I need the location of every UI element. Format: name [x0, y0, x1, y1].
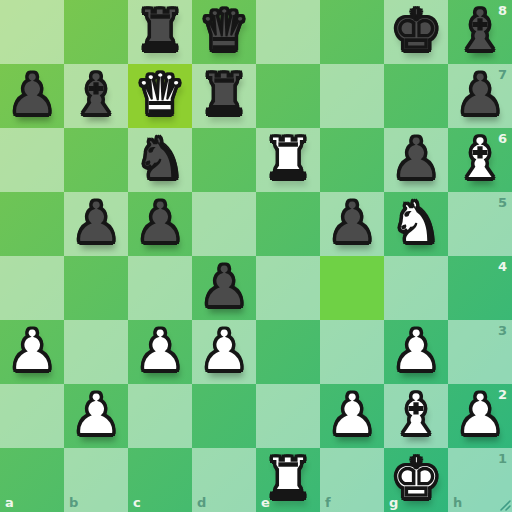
piece-black-rook[interactable]: ♜: [134, 0, 185, 62]
square-f2[interactable]: ♟: [320, 384, 384, 448]
chess-board: ♜♛♚♝8♟♝♛♜♟7♞♜♟♝6♟♟♟♞5♟4♟♟♟♟3♟♟♝♟2abcd♜ef…: [0, 0, 512, 512]
square-h2[interactable]: ♟2: [448, 384, 512, 448]
square-a5[interactable]: [0, 192, 64, 256]
coord-rank-3: 3: [498, 324, 507, 337]
square-g3[interactable]: ♟: [384, 320, 448, 384]
piece-white-rook[interactable]: ♜: [262, 446, 313, 510]
piece-white-knight[interactable]: ♞: [390, 190, 441, 254]
coord-file-e: e: [261, 496, 270, 509]
square-h7[interactable]: ♟7: [448, 64, 512, 128]
square-g6[interactable]: ♟: [384, 128, 448, 192]
square-h6[interactable]: ♝6: [448, 128, 512, 192]
piece-black-pawn[interactable]: ♟: [134, 190, 185, 254]
coord-rank-7: 7: [498, 68, 507, 81]
coord-file-g: g: [389, 496, 398, 509]
square-b5[interactable]: ♟: [64, 192, 128, 256]
square-c4[interactable]: [128, 256, 192, 320]
square-h8[interactable]: ♝8: [448, 0, 512, 64]
coord-file-h: h: [453, 496, 462, 509]
square-e5[interactable]: [256, 192, 320, 256]
square-c2[interactable]: [128, 384, 192, 448]
piece-white-pawn[interactable]: ♟: [70, 382, 121, 446]
coord-rank-8: 8: [498, 4, 507, 17]
piece-white-pawn[interactable]: ♟: [390, 318, 441, 382]
coord-file-a: a: [5, 496, 14, 509]
square-f7[interactable]: [320, 64, 384, 128]
square-c5[interactable]: ♟: [128, 192, 192, 256]
square-e3[interactable]: [256, 320, 320, 384]
square-d2[interactable]: [192, 384, 256, 448]
square-e7[interactable]: [256, 64, 320, 128]
square-b6[interactable]: [64, 128, 128, 192]
piece-black-pawn[interactable]: ♟: [6, 62, 57, 126]
coord-rank-5: 5: [498, 196, 507, 209]
square-f3[interactable]: [320, 320, 384, 384]
square-a7[interactable]: ♟: [0, 64, 64, 128]
square-b7[interactable]: ♝: [64, 64, 128, 128]
square-h3[interactable]: 3: [448, 320, 512, 384]
square-d4[interactable]: ♟: [192, 256, 256, 320]
square-c7[interactable]: ♛: [128, 64, 192, 128]
square-h4[interactable]: 4: [448, 256, 512, 320]
square-d7[interactable]: ♜: [192, 64, 256, 128]
piece-white-rook[interactable]: ♜: [262, 126, 313, 190]
square-e6[interactable]: ♜: [256, 128, 320, 192]
piece-white-pawn[interactable]: ♟: [134, 318, 185, 382]
square-b1[interactable]: b: [64, 448, 128, 512]
piece-white-pawn[interactable]: ♟: [198, 318, 249, 382]
square-c1[interactable]: c: [128, 448, 192, 512]
piece-white-pawn[interactable]: ♟: [326, 382, 377, 446]
coord-rank-6: 6: [498, 132, 507, 145]
square-c6[interactable]: ♞: [128, 128, 192, 192]
resize-handle-icon[interactable]: [496, 496, 511, 511]
piece-black-pawn[interactable]: ♟: [198, 254, 249, 318]
square-f1[interactable]: f: [320, 448, 384, 512]
coord-rank-1: 1: [498, 452, 507, 465]
square-d3[interactable]: ♟: [192, 320, 256, 384]
square-f5[interactable]: ♟: [320, 192, 384, 256]
square-e4[interactable]: [256, 256, 320, 320]
square-g7[interactable]: [384, 64, 448, 128]
coord-file-b: b: [69, 496, 78, 509]
square-b8[interactable]: [64, 0, 128, 64]
square-f8[interactable]: [320, 0, 384, 64]
square-d6[interactable]: [192, 128, 256, 192]
square-h5[interactable]: 5: [448, 192, 512, 256]
square-a1[interactable]: a: [0, 448, 64, 512]
piece-white-queen[interactable]: ♛: [134, 62, 185, 126]
piece-black-rook[interactable]: ♜: [198, 62, 249, 126]
piece-white-bishop[interactable]: ♝: [390, 382, 441, 446]
square-g5[interactable]: ♞: [384, 192, 448, 256]
square-g4[interactable]: [384, 256, 448, 320]
square-g8[interactable]: ♚: [384, 0, 448, 64]
square-b2[interactable]: ♟: [64, 384, 128, 448]
square-a6[interactable]: [0, 128, 64, 192]
square-a4[interactable]: [0, 256, 64, 320]
piece-black-pawn[interactable]: ♟: [70, 190, 121, 254]
resize-line-2: [506, 506, 510, 510]
piece-black-knight[interactable]: ♞: [134, 126, 185, 190]
square-e8[interactable]: [256, 0, 320, 64]
piece-white-pawn[interactable]: ♟: [6, 318, 57, 382]
piece-black-pawn[interactable]: ♟: [326, 190, 377, 254]
square-e2[interactable]: [256, 384, 320, 448]
square-d8[interactable]: ♛: [192, 0, 256, 64]
square-b4[interactable]: [64, 256, 128, 320]
square-a8[interactable]: [0, 0, 64, 64]
coord-rank-2: 2: [498, 388, 507, 401]
square-e1[interactable]: ♜e: [256, 448, 320, 512]
square-b3[interactable]: [64, 320, 128, 384]
square-a3[interactable]: ♟: [0, 320, 64, 384]
square-g1[interactable]: ♚g: [384, 448, 448, 512]
square-f4[interactable]: [320, 256, 384, 320]
square-a2[interactable]: [0, 384, 64, 448]
square-c3[interactable]: ♟: [128, 320, 192, 384]
resize-line-1: [501, 501, 510, 510]
piece-black-pawn[interactable]: ♟: [390, 126, 441, 190]
coord-file-f: f: [325, 496, 331, 509]
piece-black-king[interactable]: ♚: [390, 0, 441, 62]
square-g2[interactable]: ♝: [384, 384, 448, 448]
coord-file-c: c: [133, 496, 141, 509]
square-f6[interactable]: [320, 128, 384, 192]
coord-file-d: d: [197, 496, 206, 509]
piece-black-queen[interactable]: ♛: [198, 0, 249, 62]
square-d5[interactable]: [192, 192, 256, 256]
piece-black-bishop[interactable]: ♝: [70, 62, 121, 126]
coord-rank-4: 4: [498, 260, 507, 273]
square-c8[interactable]: ♜: [128, 0, 192, 64]
square-d1[interactable]: d: [192, 448, 256, 512]
